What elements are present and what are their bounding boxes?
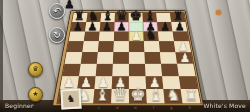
square-d5[interactable] (113, 41, 129, 52)
square-h4[interactable]: ♟ (175, 52, 193, 63)
piece-black-pawn-a7[interactable]: ♟ (71, 20, 86, 31)
file-label-g: g (170, 106, 173, 110)
square-b6[interactable] (84, 31, 100, 41)
view-toggle-button[interactable]: ♞ (60, 88, 81, 109)
square-a4[interactable] (65, 52, 83, 63)
turn-indicator-label: White's Move (203, 102, 246, 109)
square-c4[interactable] (97, 52, 114, 63)
square-f4[interactable] (144, 52, 161, 63)
square-d6[interactable] (114, 31, 129, 41)
square-g5[interactable] (159, 41, 176, 52)
file-label-h: h (188, 106, 191, 110)
medal-icon: ★ (32, 91, 38, 98)
square-g6[interactable] (158, 31, 174, 41)
piece-black-pawn-g7[interactable]: ♟ (158, 20, 173, 31)
difficulty-label: Beginner (5, 102, 34, 109)
piece-white-rook-h1[interactable]: ♜ (182, 89, 200, 104)
square-e6-selected-square[interactable]: ♟ (129, 31, 144, 41)
square-a7[interactable]: ♟ (71, 22, 87, 31)
square-f1[interactable]: ♝ (146, 89, 165, 103)
redo-button[interactable]: ↻ (49, 27, 65, 43)
square-b4[interactable] (81, 52, 98, 63)
square-e1[interactable]: ♚ (129, 89, 147, 103)
piece-black-pawn-d7[interactable]: ♟ (114, 20, 129, 31)
square-e8[interactable]: ♚ (129, 13, 143, 22)
trophy-icon: ♛ (32, 66, 38, 73)
square-g7[interactable]: ♟ (157, 22, 172, 31)
square-g3[interactable] (161, 64, 179, 76)
square-e3[interactable] (129, 64, 146, 76)
screen-edge-shadow (0, 0, 3, 112)
file-label-f: f (153, 106, 154, 110)
piece-white-knight-g1[interactable]: ♞ (165, 88, 183, 104)
trophy-badge-button[interactable]: ♛ (28, 62, 43, 77)
piece-black-knight-f6[interactable]: ♞ (144, 28, 159, 41)
undo-button[interactable]: ↶ (49, 3, 65, 19)
chess-app-screen: ♜♞♝♛♚♝♜♟♟♟♟♟♟♟♟♞♟♟♟♟♟♟♟♜♞♝♛♚♝♞♜ abcdefgh… (0, 0, 250, 112)
square-e5[interactable] (129, 41, 145, 52)
square-b7[interactable]: ♟ (85, 22, 100, 31)
medal-badge-button[interactable]: ★ (28, 87, 43, 102)
square-h7[interactable]: ♟ (171, 22, 187, 31)
square-d4[interactable] (113, 52, 129, 63)
piece-white-bishop-f1[interactable]: ♝ (147, 88, 165, 104)
square-f5[interactable] (144, 41, 160, 52)
file-label-e: e (134, 106, 136, 110)
square-e4[interactable] (129, 52, 145, 63)
notification-dot (216, 10, 221, 15)
redo-icon: ↻ (53, 31, 61, 40)
square-c1[interactable]: ♝ (93, 89, 111, 103)
square-a6[interactable] (69, 31, 85, 41)
knight-photo-icon: ♞ (66, 94, 75, 104)
piece-black-pawn-h7[interactable]: ♟ (172, 20, 187, 31)
piece-white-pawn-h4[interactable]: ♟ (177, 51, 193, 63)
square-d7-capture-target[interactable]: ♟ (114, 22, 129, 31)
piece-white-bishop-c1[interactable]: ♝ (93, 88, 111, 104)
square-h3[interactable] (177, 64, 195, 76)
square-g1[interactable]: ♞ (163, 89, 182, 103)
piece-black-king-e8[interactable]: ♚ (129, 8, 143, 22)
square-g4[interactable] (160, 52, 177, 63)
square-c6[interactable] (99, 31, 114, 41)
square-b5[interactable] (82, 41, 98, 52)
square-f6[interactable]: ♞ (143, 31, 159, 41)
piece-black-pawn-b7[interactable]: ♟ (85, 20, 100, 31)
square-c5[interactable] (98, 41, 114, 52)
captured-black-pawn: ♟ (64, 0, 75, 10)
file-label-d: d (116, 106, 119, 110)
file-label-c: c (98, 106, 100, 110)
undo-icon: ↶ (53, 7, 61, 16)
piece-white-queen-d1[interactable]: ♛ (111, 86, 129, 104)
piece-white-king-e1[interactable]: ♚ (129, 86, 147, 104)
square-d1[interactable]: ♛ (111, 89, 129, 103)
piece-black-pawn-c7[interactable]: ♟ (100, 20, 115, 31)
square-h1[interactable]: ♜ (181, 89, 201, 103)
square-a5[interactable] (67, 41, 84, 52)
piece-white-pawn-e6[interactable]: ♟ (129, 30, 144, 42)
square-c7[interactable]: ♟ (100, 22, 115, 31)
